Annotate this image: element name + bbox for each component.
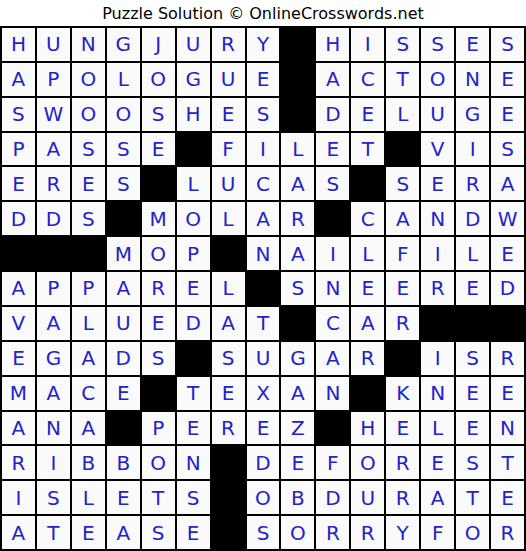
letter-cell: S [491, 133, 524, 166]
letter-cell: S [386, 28, 419, 61]
letter-cell: T [351, 133, 384, 166]
letter-cell: I [37, 446, 70, 479]
letter-cell: G [107, 28, 140, 61]
letter-cell: A [386, 202, 419, 235]
letter-cell: O [107, 98, 140, 131]
letter-cell: O [142, 63, 175, 96]
letter-cell: S [316, 167, 349, 200]
letter-cell: A [2, 412, 35, 445]
letter-cell: R [386, 446, 419, 479]
block-cell [421, 307, 454, 340]
letter-cell: R [386, 481, 419, 514]
letter-cell: H [177, 98, 210, 131]
letter-cell: M [2, 377, 35, 410]
letter-cell: E [351, 98, 384, 131]
block-cell [281, 63, 314, 96]
letter-cell: C [247, 167, 280, 200]
letter-cell: S [386, 167, 419, 200]
letter-cell: F [212, 133, 245, 166]
letter-cell: R [421, 272, 454, 305]
letter-cell: R [386, 307, 419, 340]
letter-cell: R [2, 446, 35, 479]
letter-cell: P [142, 412, 175, 445]
letter-cell: S [281, 272, 314, 305]
letter-cell: D [456, 202, 489, 235]
letter-cell: B [281, 481, 314, 514]
letter-cell: O [281, 516, 314, 549]
letter-cell: E [491, 63, 524, 96]
letter-cell: H [351, 412, 384, 445]
letter-cell: U [107, 307, 140, 340]
letter-cell: E [2, 167, 35, 200]
letter-cell: A [107, 272, 140, 305]
letter-cell: S [456, 342, 489, 375]
letter-cell: L [212, 272, 245, 305]
letter-cell: D [491, 272, 524, 305]
letter-cell: E [177, 272, 210, 305]
letter-cell: L [281, 133, 314, 166]
letter-cell: L [72, 307, 105, 340]
block-cell [212, 481, 245, 514]
block-cell [351, 167, 384, 200]
letter-cell: D [247, 446, 280, 479]
letter-cell: U [177, 28, 210, 61]
letter-cell: E [72, 516, 105, 549]
letter-cell: E [386, 272, 419, 305]
letter-cell: S [37, 481, 70, 514]
block-cell [316, 202, 349, 235]
block-cell [2, 237, 35, 270]
letter-cell: M [107, 237, 140, 270]
letter-cell: A [37, 133, 70, 166]
letter-cell: D [2, 202, 35, 235]
letter-cell: D [107, 342, 140, 375]
block-cell [177, 133, 210, 166]
block-cell [142, 377, 175, 410]
letter-cell: L [456, 237, 489, 270]
letter-cell: C [351, 202, 384, 235]
block-cell [281, 98, 314, 131]
block-cell [281, 307, 314, 340]
letter-cell: N [37, 412, 70, 445]
letter-cell: N [491, 412, 524, 445]
letter-cell: E [107, 377, 140, 410]
block-cell [107, 202, 140, 235]
letter-cell: T [491, 446, 524, 479]
letter-cell: E [456, 28, 489, 61]
letter-cell: S [107, 167, 140, 200]
letter-cell: T [247, 307, 280, 340]
letter-cell: I [316, 237, 349, 270]
letter-cell: Y [247, 28, 280, 61]
letter-cell: A [316, 342, 349, 375]
letter-cell: R [212, 28, 245, 61]
letter-cell: A [2, 516, 35, 549]
block-cell [37, 237, 70, 270]
block-cell [281, 28, 314, 61]
letter-cell: E [316, 133, 349, 166]
letter-cell: E [247, 412, 280, 445]
letter-cell: E [491, 237, 524, 270]
letter-cell: H [2, 28, 35, 61]
block-cell [72, 237, 105, 270]
letter-cell: T [456, 481, 489, 514]
letter-cell: A [281, 237, 314, 270]
letter-cell: F [421, 516, 454, 549]
letter-cell: S [177, 481, 210, 514]
letter-cell: S [142, 98, 175, 131]
letter-cell: A [37, 377, 70, 410]
block-cell [386, 133, 419, 166]
block-cell [212, 446, 245, 479]
letter-cell: O [142, 446, 175, 479]
block-cell [107, 412, 140, 445]
letter-cell: T [386, 63, 419, 96]
letter-cell: R [351, 342, 384, 375]
letter-cell: F [386, 237, 419, 270]
letter-cell: C [72, 377, 105, 410]
letter-cell: J [142, 28, 175, 61]
letter-cell: E [107, 481, 140, 514]
letter-cell: R [37, 167, 70, 200]
letter-cell: E [142, 133, 175, 166]
letter-cell: E [177, 412, 210, 445]
letter-cell: B [72, 446, 105, 479]
letter-cell: T [142, 481, 175, 514]
letter-cell: N [421, 377, 454, 410]
letter-cell: S [2, 98, 35, 131]
letter-cell: C [351, 63, 384, 96]
letter-cell: E [281, 446, 314, 479]
letter-cell: N [177, 446, 210, 479]
letter-cell: G [37, 342, 70, 375]
letter-cell: S [142, 516, 175, 549]
letter-cell: L [386, 98, 419, 131]
letter-cell: I [421, 237, 454, 270]
letter-cell: O [456, 516, 489, 549]
letter-cell: S [247, 516, 280, 549]
letter-cell: N [316, 272, 349, 305]
letter-cell: B [107, 446, 140, 479]
letter-cell: U [247, 342, 280, 375]
letter-cell: S [107, 133, 140, 166]
letter-cell: L [107, 63, 140, 96]
letter-cell: H [316, 28, 349, 61]
letter-cell: E [491, 377, 524, 410]
letter-cell: E [421, 167, 454, 200]
letter-cell: E [72, 167, 105, 200]
letter-cell: X [247, 377, 280, 410]
letter-cell: A [351, 307, 384, 340]
letter-cell: G [281, 342, 314, 375]
block-cell [177, 342, 210, 375]
letter-cell: L [421, 412, 454, 445]
letter-cell: I [247, 133, 280, 166]
letter-cell: D [177, 307, 210, 340]
letter-cell: A [72, 412, 105, 445]
letter-cell: S [212, 342, 245, 375]
letter-cell: Y [386, 516, 419, 549]
letter-cell: P [37, 272, 70, 305]
letter-cell: A [281, 377, 314, 410]
letter-cell: L [72, 481, 105, 514]
letter-cell: O [247, 481, 280, 514]
letter-cell: E [491, 481, 524, 514]
letter-cell: A [37, 307, 70, 340]
letter-cell: W [491, 202, 524, 235]
letter-cell: G [456, 98, 489, 131]
letter-cell: N [456, 63, 489, 96]
letter-cell: O [177, 202, 210, 235]
letter-cell: E [421, 446, 454, 479]
letter-cell: I [2, 481, 35, 514]
letter-cell: L [177, 167, 210, 200]
letter-cell: E [386, 412, 419, 445]
block-cell [247, 272, 280, 305]
letter-cell: D [316, 98, 349, 131]
letter-cell: N [72, 28, 105, 61]
letter-cell: A [421, 481, 454, 514]
block-cell [456, 307, 489, 340]
letter-cell: A [72, 342, 105, 375]
letter-cell: P [177, 237, 210, 270]
letter-cell: U [212, 167, 245, 200]
block-cell [316, 412, 349, 445]
letter-cell: T [37, 516, 70, 549]
letter-cell: E [456, 272, 489, 305]
letter-cell: E [351, 272, 384, 305]
letter-cell: A [212, 307, 245, 340]
letter-cell: U [421, 98, 454, 131]
letter-cell: U [212, 63, 245, 96]
letter-cell: S [72, 202, 105, 235]
letter-cell: R [212, 412, 245, 445]
letter-cell: O [72, 63, 105, 96]
letter-cell: O [72, 98, 105, 131]
letter-cell: S [72, 133, 105, 166]
letter-cell: P [2, 133, 35, 166]
letter-cell: A [247, 202, 280, 235]
block-cell [212, 516, 245, 549]
letter-cell: E [247, 63, 280, 96]
letter-cell: I [351, 28, 384, 61]
letter-cell: F [316, 446, 349, 479]
crossword-grid: HUNGJURYHISSESAPOLOGUEACTONESWOOSHESDELU… [0, 26, 526, 551]
letter-cell: R [491, 516, 524, 549]
letter-cell: O [351, 446, 384, 479]
block-cell [386, 342, 419, 375]
letter-cell: A [2, 63, 35, 96]
page-title: Puzzle Solution © OnlineCrosswords.net [0, 0, 526, 26]
letter-cell: S [491, 28, 524, 61]
letter-cell: V [2, 307, 35, 340]
letter-cell: E [177, 516, 210, 549]
letter-cell: R [142, 272, 175, 305]
letter-cell: R [491, 342, 524, 375]
letter-cell: L [212, 202, 245, 235]
puzzle-solution-page: Puzzle Solution © OnlineCrosswords.net H… [0, 0, 526, 551]
letter-cell: W [37, 98, 70, 131]
letter-cell: S [247, 98, 280, 131]
letter-cell: E [142, 307, 175, 340]
letter-cell: D [316, 481, 349, 514]
letter-cell: G [177, 63, 210, 96]
letter-cell: R [316, 516, 349, 549]
block-cell [491, 307, 524, 340]
letter-cell: L [351, 237, 384, 270]
letter-cell: N [421, 202, 454, 235]
letter-cell: I [456, 133, 489, 166]
letter-cell: S [421, 28, 454, 61]
letter-cell: N [247, 237, 280, 270]
letter-cell: E [456, 412, 489, 445]
letter-cell: E [2, 342, 35, 375]
letter-cell: R [351, 516, 384, 549]
letter-cell: C [316, 307, 349, 340]
letter-cell: E [212, 377, 245, 410]
letter-cell: A [491, 167, 524, 200]
letter-cell: O [142, 237, 175, 270]
letter-cell: P [37, 63, 70, 96]
letter-cell: U [351, 481, 384, 514]
block-cell [212, 237, 245, 270]
letter-cell: D [37, 202, 70, 235]
letter-cell: S [142, 342, 175, 375]
block-cell [351, 377, 384, 410]
letter-cell: Z [281, 412, 314, 445]
letter-cell: T [177, 377, 210, 410]
letter-cell: U [37, 28, 70, 61]
letter-cell: R [281, 202, 314, 235]
letter-cell: I [421, 342, 454, 375]
letter-cell: O [421, 63, 454, 96]
letter-cell: R [456, 167, 489, 200]
letter-cell: S [456, 446, 489, 479]
letter-cell: A [107, 516, 140, 549]
letter-cell: M [142, 202, 175, 235]
letter-cell: A [2, 272, 35, 305]
letter-cell: N [316, 377, 349, 410]
block-cell [142, 167, 175, 200]
letter-cell: E [456, 377, 489, 410]
letter-cell: A [316, 63, 349, 96]
letter-cell: E [491, 98, 524, 131]
letter-cell: P [72, 272, 105, 305]
letter-cell: A [281, 167, 314, 200]
letter-cell: K [386, 377, 419, 410]
letter-cell: E [212, 98, 245, 131]
letter-cell: V [421, 133, 454, 166]
